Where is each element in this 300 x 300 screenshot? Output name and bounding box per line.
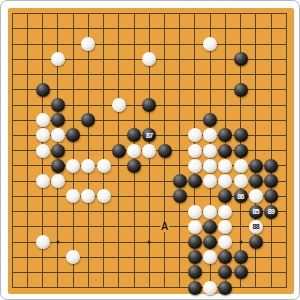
- grid-line-vertical: [271, 13, 272, 288]
- grid-line-vertical: [179, 13, 180, 288]
- stone-white[interactable]: [218, 159, 232, 173]
- stone-black[interactable]: [81, 113, 95, 127]
- stone-black[interactable]: [51, 144, 65, 158]
- stone-white[interactable]: [203, 205, 217, 219]
- star-point: [56, 241, 59, 244]
- stone-white[interactable]: [66, 189, 80, 203]
- stone-white[interactable]: [203, 144, 217, 158]
- stone-white[interactable]: [36, 235, 50, 249]
- grid-line-horizontal: [12, 226, 287, 227]
- stone-black[interactable]: 89: [264, 205, 278, 219]
- stone-white[interactable]: [142, 52, 156, 66]
- stone-white[interactable]: [36, 113, 50, 127]
- stone-black[interactable]: 85: [249, 205, 263, 219]
- stone-white[interactable]: [234, 159, 248, 173]
- stone-black[interactable]: [249, 159, 263, 173]
- move-number-label: 88: [252, 223, 259, 230]
- stone-black[interactable]: [218, 250, 232, 264]
- stone-white[interactable]: [218, 174, 232, 188]
- stone-white[interactable]: [112, 98, 126, 112]
- stone-black[interactable]: [127, 128, 141, 142]
- stone-black[interactable]: [188, 250, 202, 264]
- stone-white[interactable]: [188, 128, 202, 142]
- stone-black[interactable]: [218, 144, 232, 158]
- stone-white[interactable]: [203, 37, 217, 51]
- stone-white[interactable]: [188, 144, 202, 158]
- stone-black[interactable]: [203, 113, 217, 127]
- stone-white[interactable]: [142, 144, 156, 158]
- grid-line-horizontal: [12, 287, 287, 288]
- stone-white[interactable]: [188, 159, 202, 173]
- move-number-label: 87: [146, 132, 153, 139]
- stone-black[interactable]: [249, 235, 263, 249]
- stone-white[interactable]: [81, 159, 95, 173]
- stone-white[interactable]: [218, 205, 232, 219]
- stone-black[interactable]: [173, 189, 187, 203]
- move-number-label: 89: [268, 208, 275, 215]
- stone-black[interactable]: [51, 159, 65, 173]
- stone-black[interactable]: [264, 189, 278, 203]
- stone-white[interactable]: [51, 52, 65, 66]
- annotation-a: A: [160, 222, 169, 232]
- stone-black[interactable]: [188, 235, 202, 249]
- stone-white[interactable]: [203, 174, 217, 188]
- stone-black[interactable]: [234, 265, 248, 279]
- stone-white[interactable]: [203, 250, 217, 264]
- stone-white[interactable]: [97, 189, 111, 203]
- stone-white[interactable]: [218, 220, 232, 234]
- grid-line-vertical: [286, 13, 287, 288]
- stone-white[interactable]: [51, 128, 65, 142]
- stone-black[interactable]: [218, 265, 232, 279]
- stone-black[interactable]: [127, 159, 141, 173]
- stone-white[interactable]: [249, 189, 263, 203]
- stone-white[interactable]: [36, 144, 50, 158]
- stone-black[interactable]: [218, 281, 232, 295]
- move-number-label: 86: [237, 193, 244, 200]
- stone-black[interactable]: [112, 144, 126, 158]
- stone-white[interactable]: [81, 189, 95, 203]
- stone-black[interactable]: [218, 128, 232, 142]
- stone-white[interactable]: [66, 250, 80, 264]
- stone-white[interactable]: [36, 128, 50, 142]
- stone-black[interactable]: [234, 52, 248, 66]
- stone-white[interactable]: [51, 174, 65, 188]
- go-board-frame: 8786858988A: [0, 0, 300, 300]
- stone-black[interactable]: [188, 174, 202, 188]
- grid-line-horizontal: [12, 211, 287, 212]
- stone-black[interactable]: [36, 83, 50, 97]
- go-board[interactable]: 8786858988A: [8, 8, 294, 294]
- stone-white[interactable]: [127, 144, 141, 158]
- stone-black[interactable]: [203, 235, 217, 249]
- stone-white[interactable]: [218, 235, 232, 249]
- stone-black[interactable]: [264, 159, 278, 173]
- stone-white[interactable]: [234, 174, 248, 188]
- star-point: [148, 241, 151, 244]
- stone-black[interactable]: 86: [234, 189, 248, 203]
- stone-black[interactable]: [188, 265, 202, 279]
- stone-white[interactable]: [203, 281, 217, 295]
- stone-black[interactable]: [66, 128, 80, 142]
- move-number-label: 85: [252, 208, 259, 215]
- stone-black[interactable]: [203, 220, 217, 234]
- stone-white[interactable]: [203, 159, 217, 173]
- stone-white[interactable]: [203, 128, 217, 142]
- stone-black[interactable]: [51, 98, 65, 112]
- stone-black[interactable]: [218, 189, 232, 203]
- stone-black[interactable]: [51, 113, 65, 127]
- stone-black[interactable]: [264, 174, 278, 188]
- stone-white[interactable]: [188, 220, 202, 234]
- stone-white[interactable]: [188, 205, 202, 219]
- stone-white[interactable]: [36, 174, 50, 188]
- stone-white[interactable]: [97, 159, 111, 173]
- star-point: [239, 241, 242, 244]
- stone-white[interactable]: [81, 37, 95, 51]
- stone-black[interactable]: [142, 98, 156, 112]
- stone-black[interactable]: [234, 250, 248, 264]
- stone-black[interactable]: [234, 128, 248, 142]
- stone-black[interactable]: [249, 174, 263, 188]
- stone-white[interactable]: [66, 159, 80, 173]
- stone-white[interactable]: 88: [249, 220, 263, 234]
- stone-black[interactable]: [234, 144, 248, 158]
- stone-black[interactable]: [173, 174, 187, 188]
- stone-black[interactable]: [234, 83, 248, 97]
- stone-black[interactable]: [188, 281, 202, 295]
- stone-black[interactable]: 87: [142, 128, 156, 142]
- stone-black[interactable]: [158, 144, 172, 158]
